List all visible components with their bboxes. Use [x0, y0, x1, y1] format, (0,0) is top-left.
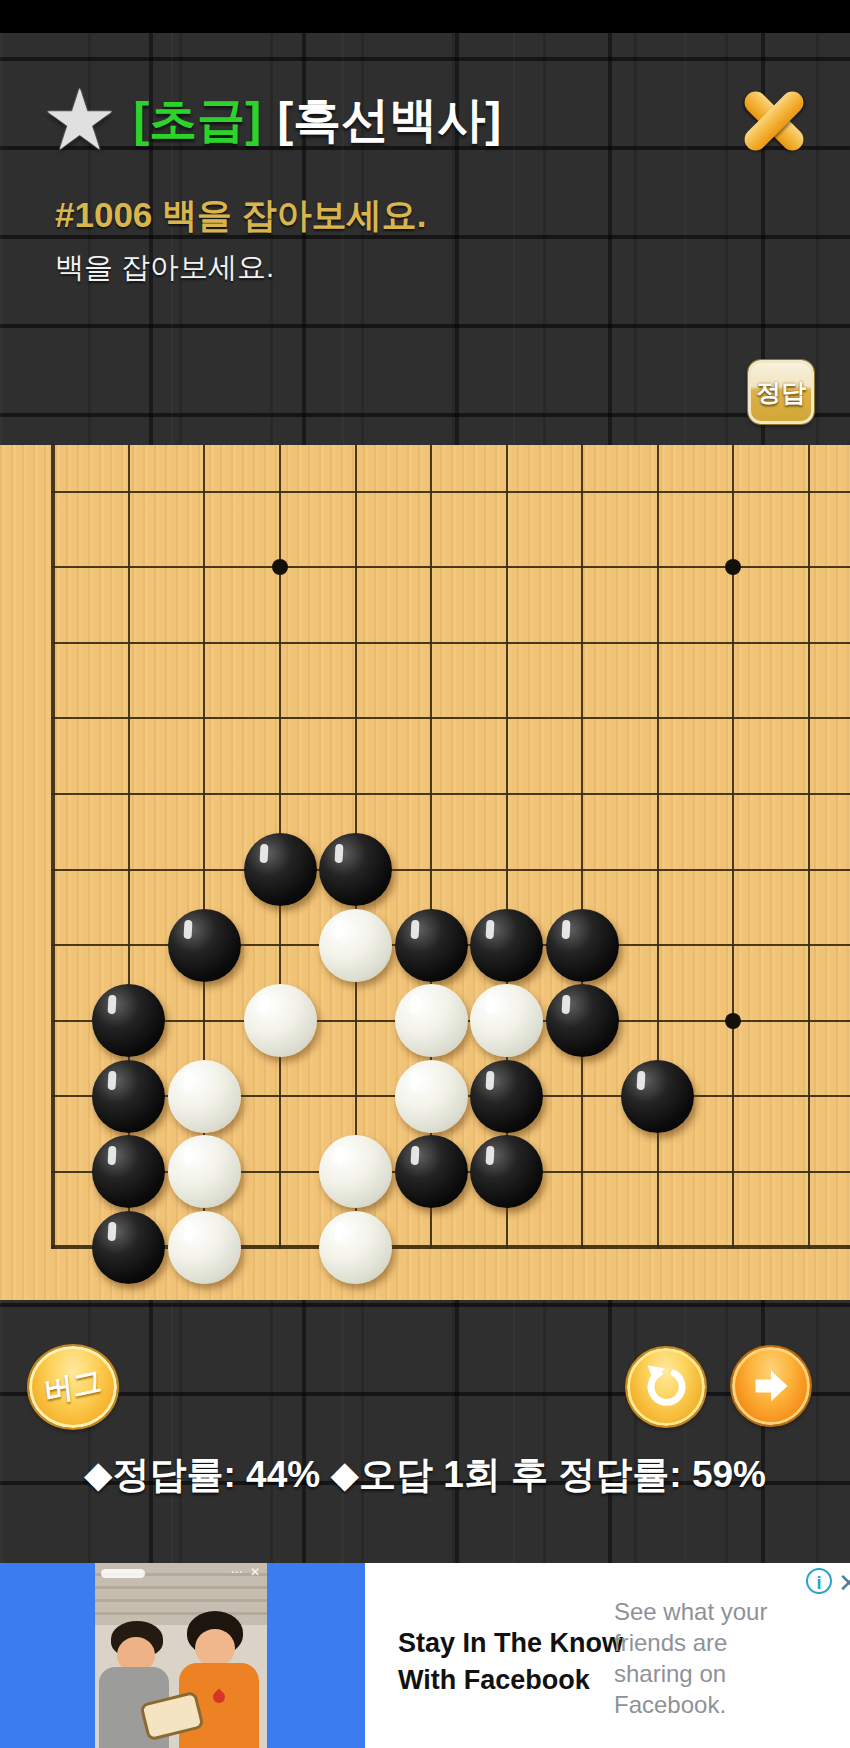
black-stone — [395, 909, 468, 982]
white-stone — [395, 1060, 468, 1133]
black-stone — [546, 984, 619, 1057]
stone-highlight — [108, 1146, 117, 1165]
stone-highlight — [486, 1146, 495, 1165]
ad-body-line1: See what your — [614, 1596, 767, 1627]
black-stone — [92, 984, 165, 1057]
white-stone — [470, 984, 543, 1057]
answer-button[interactable]: 정답 — [748, 360, 814, 424]
stone-highlight — [410, 1146, 419, 1165]
board-star-point — [272, 559, 288, 575]
ad-close-icon[interactable]: ✕ — [838, 1568, 850, 1599]
black-stone — [92, 1135, 165, 1208]
white-stone — [319, 1135, 392, 1208]
stone-highlight — [183, 1070, 192, 1089]
ad-info-icon[interactable]: i — [806, 1568, 832, 1594]
stone-highlight — [410, 995, 419, 1014]
stone-highlight — [108, 1222, 117, 1241]
ad-body-line2: friends are — [614, 1627, 767, 1658]
stone-highlight — [259, 995, 268, 1014]
ad-body-text: See what your friends are sharing on Fac… — [614, 1596, 767, 1720]
black-stone — [621, 1060, 694, 1133]
stone-highlight — [259, 844, 268, 863]
stone-highlight — [335, 1222, 344, 1241]
ad-headline-line1: Stay In The Know — [398, 1625, 623, 1662]
ad-headline-line2: With Facebook — [398, 1662, 623, 1699]
undo-button[interactable] — [627, 1348, 705, 1426]
status-bar — [0, 0, 850, 33]
stone-highlight — [561, 995, 570, 1014]
board-grid-line-h — [51, 491, 850, 493]
ad-photo[interactable]: ⋯ ✕ — [95, 1563, 267, 1748]
black-stone — [92, 1211, 165, 1284]
white-stone — [168, 1135, 241, 1208]
bug-button[interactable]: 버그 — [29, 1346, 117, 1428]
page-title: [흑선백사] — [277, 88, 501, 152]
ad-photo-avatar-bar — [101, 1569, 145, 1578]
go-board[interactable] — [0, 445, 850, 1300]
next-button[interactable] — [732, 1347, 810, 1425]
stone-highlight — [335, 844, 344, 863]
stone-highlight — [335, 1146, 344, 1165]
answer-button-label: 정답 — [756, 376, 806, 409]
stone-highlight — [183, 919, 192, 938]
undo-circular-arrow-icon — [643, 1364, 689, 1410]
board-grid-line-h — [51, 717, 850, 719]
black-stone — [546, 909, 619, 982]
board-grid-line-h — [51, 793, 850, 795]
black-stone — [319, 833, 392, 906]
white-stone — [168, 1060, 241, 1133]
board-grid-line-h — [51, 642, 850, 644]
right-arrow-icon — [749, 1364, 793, 1408]
stone-highlight — [108, 995, 117, 1014]
white-stone — [395, 984, 468, 1057]
header: ★ [초급] [흑선백사] — [42, 78, 501, 162]
stone-highlight — [183, 1222, 192, 1241]
ad-headline[interactable]: Stay In The Know With Facebook — [398, 1625, 623, 1699]
stone-highlight — [486, 919, 495, 938]
ad-blue-strip-left — [0, 1563, 95, 1748]
black-stone — [395, 1135, 468, 1208]
ad-blue-strip-middle — [267, 1563, 365, 1748]
stone-highlight — [561, 919, 570, 938]
ad-photo-controls: ⋯ ✕ — [231, 1565, 262, 1579]
white-stone — [319, 909, 392, 982]
white-stone — [244, 984, 317, 1057]
white-stone — [319, 1211, 392, 1284]
ad-photo-woman-face — [195, 1629, 235, 1667]
star-icon: ★ — [42, 78, 117, 162]
problem-heading: #1006 백을 잡아보세요. — [55, 192, 427, 239]
black-stone — [470, 1060, 543, 1133]
black-stone — [92, 1060, 165, 1133]
close-icon[interactable] — [740, 88, 808, 154]
stats-line: ◆정답률: 44% ◆오답 1회 후 정답률: 59% — [0, 1450, 850, 1500]
stone-highlight — [637, 1070, 646, 1089]
black-stone — [244, 833, 317, 906]
stone-highlight — [410, 1070, 419, 1089]
stone-highlight — [108, 1070, 117, 1089]
white-stone — [168, 1211, 241, 1284]
ad-body-line3: sharing on — [614, 1658, 767, 1689]
black-stone — [470, 1135, 543, 1208]
black-stone — [470, 909, 543, 982]
level-badge: [초급] — [133, 88, 261, 152]
board-star-point — [725, 1013, 741, 1029]
stone-highlight — [410, 919, 419, 938]
stone-highlight — [335, 919, 344, 938]
problem-subheading: 백을 잡아보세요. — [55, 248, 274, 288]
black-stone — [168, 909, 241, 982]
stone-highlight — [486, 1070, 495, 1089]
stone-highlight — [183, 1146, 192, 1165]
stone-highlight — [486, 995, 495, 1014]
board-grid-line-h — [51, 869, 850, 871]
bug-button-label: 버그 — [43, 1361, 104, 1413]
ad-body-line4: Facebook. — [614, 1689, 767, 1720]
board-star-point — [725, 559, 741, 575]
